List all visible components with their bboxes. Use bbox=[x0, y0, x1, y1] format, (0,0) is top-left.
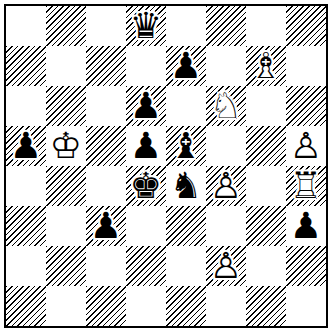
square-a8[interactable] bbox=[6, 6, 46, 46]
square-g7[interactable]: ♝♗ bbox=[246, 46, 286, 86]
square-g2[interactable] bbox=[246, 246, 286, 286]
piece-halo: ♟ bbox=[126, 126, 166, 166]
square-h6[interactable] bbox=[286, 86, 326, 126]
piece-white-king: ♔ bbox=[46, 126, 86, 166]
square-d6[interactable]: ♟♟ bbox=[126, 86, 166, 126]
piece-black-king: ♚ bbox=[126, 166, 166, 206]
square-a3[interactable] bbox=[6, 206, 46, 246]
square-b4[interactable] bbox=[46, 166, 86, 206]
square-f6[interactable]: ♞♘ bbox=[206, 86, 246, 126]
piece-white-rook: ♖ bbox=[286, 166, 326, 206]
square-e1[interactable] bbox=[166, 286, 206, 326]
piece-white-pawn: ♙ bbox=[206, 246, 246, 286]
piece-black-queen: ♛ bbox=[126, 6, 166, 46]
board-frame: ♛♛♟♟♝♗♟♟♞♘♟♟♚♔♟♟♝♝♟♙♚♚♞♞♟♙♜♖♟♟♟♟♟♙ bbox=[4, 4, 328, 328]
square-h2[interactable] bbox=[286, 246, 326, 286]
piece-halo: ♝ bbox=[246, 46, 286, 86]
square-c7[interactable] bbox=[86, 46, 126, 86]
square-f2[interactable]: ♟♙ bbox=[206, 246, 246, 286]
square-g6[interactable] bbox=[246, 86, 286, 126]
square-g8[interactable] bbox=[246, 6, 286, 46]
square-h8[interactable] bbox=[286, 6, 326, 46]
piece-white-pawn: ♙ bbox=[286, 126, 326, 166]
square-e4[interactable]: ♞♞ bbox=[166, 166, 206, 206]
square-b8[interactable] bbox=[46, 6, 86, 46]
piece-halo: ♟ bbox=[206, 166, 246, 206]
piece-halo: ♟ bbox=[6, 126, 46, 166]
piece-halo: ♞ bbox=[166, 166, 206, 206]
square-c3[interactable]: ♟♟ bbox=[86, 206, 126, 246]
square-c2[interactable] bbox=[86, 246, 126, 286]
square-e3[interactable] bbox=[166, 206, 206, 246]
piece-halo: ♟ bbox=[166, 46, 206, 86]
square-b7[interactable] bbox=[46, 46, 86, 86]
square-a7[interactable] bbox=[6, 46, 46, 86]
square-a5[interactable]: ♟♟ bbox=[6, 126, 46, 166]
piece-halo: ♞ bbox=[206, 86, 246, 126]
square-e5[interactable]: ♝♝ bbox=[166, 126, 206, 166]
square-c6[interactable] bbox=[86, 86, 126, 126]
square-a6[interactable] bbox=[6, 86, 46, 126]
square-b1[interactable] bbox=[46, 286, 86, 326]
square-g1[interactable] bbox=[246, 286, 286, 326]
piece-black-pawn: ♟ bbox=[6, 126, 46, 166]
square-e8[interactable] bbox=[166, 6, 206, 46]
square-d8[interactable]: ♛♛ bbox=[126, 6, 166, 46]
square-b3[interactable] bbox=[46, 206, 86, 246]
square-e6[interactable] bbox=[166, 86, 206, 126]
square-b6[interactable] bbox=[46, 86, 86, 126]
square-d4[interactable]: ♚♚ bbox=[126, 166, 166, 206]
piece-black-pawn: ♟ bbox=[126, 86, 166, 126]
piece-black-pawn: ♟ bbox=[126, 126, 166, 166]
chess-board: ♛♛♟♟♝♗♟♟♞♘♟♟♚♔♟♟♝♝♟♙♚♚♞♞♟♙♜♖♟♟♟♟♟♙ bbox=[6, 6, 326, 326]
square-g5[interactable] bbox=[246, 126, 286, 166]
piece-halo: ♚ bbox=[46, 126, 86, 166]
square-f4[interactable]: ♟♙ bbox=[206, 166, 246, 206]
piece-halo: ♟ bbox=[286, 206, 326, 246]
square-b2[interactable] bbox=[46, 246, 86, 286]
chess-diagram: ♛♛♟♟♝♗♟♟♞♘♟♟♚♔♟♟♝♝♟♙♚♚♞♞♟♙♜♖♟♟♟♟♟♙ bbox=[0, 0, 332, 332]
square-e2[interactable] bbox=[166, 246, 206, 286]
piece-black-pawn: ♟ bbox=[86, 206, 126, 246]
square-d2[interactable] bbox=[126, 246, 166, 286]
page: { "game": "chess", "position": { "fen": … bbox=[0, 0, 332, 332]
square-h7[interactable] bbox=[286, 46, 326, 86]
piece-halo: ♝ bbox=[166, 126, 206, 166]
square-d5[interactable]: ♟♟ bbox=[126, 126, 166, 166]
piece-white-knight: ♘ bbox=[206, 86, 246, 126]
square-h5[interactable]: ♟♙ bbox=[286, 126, 326, 166]
square-f8[interactable] bbox=[206, 6, 246, 46]
piece-halo: ♚ bbox=[126, 166, 166, 206]
square-c1[interactable] bbox=[86, 286, 126, 326]
square-d3[interactable] bbox=[126, 206, 166, 246]
square-d7[interactable] bbox=[126, 46, 166, 86]
square-a4[interactable] bbox=[6, 166, 46, 206]
square-h3[interactable]: ♟♟ bbox=[286, 206, 326, 246]
square-f7[interactable] bbox=[206, 46, 246, 86]
square-d1[interactable] bbox=[126, 286, 166, 326]
square-a1[interactable] bbox=[6, 286, 46, 326]
square-e7[interactable]: ♟♟ bbox=[166, 46, 206, 86]
square-c4[interactable] bbox=[86, 166, 126, 206]
piece-halo: ♟ bbox=[126, 86, 166, 126]
square-c8[interactable] bbox=[86, 6, 126, 46]
square-f5[interactable] bbox=[206, 126, 246, 166]
square-b5[interactable]: ♚♔ bbox=[46, 126, 86, 166]
square-f1[interactable] bbox=[206, 286, 246, 326]
piece-black-pawn: ♟ bbox=[166, 46, 206, 86]
piece-white-pawn: ♙ bbox=[206, 166, 246, 206]
square-f3[interactable] bbox=[206, 206, 246, 246]
piece-halo: ♜ bbox=[286, 166, 326, 206]
piece-halo: ♟ bbox=[286, 126, 326, 166]
piece-halo: ♟ bbox=[206, 246, 246, 286]
piece-black-knight: ♞ bbox=[166, 166, 206, 206]
square-g4[interactable] bbox=[246, 166, 286, 206]
square-h1[interactable] bbox=[286, 286, 326, 326]
piece-black-bishop: ♝ bbox=[166, 126, 206, 166]
piece-halo: ♛ bbox=[126, 6, 166, 46]
square-c5[interactable] bbox=[86, 126, 126, 166]
square-a2[interactable] bbox=[6, 246, 46, 286]
piece-white-bishop: ♗ bbox=[246, 46, 286, 86]
piece-halo: ♟ bbox=[86, 206, 126, 246]
piece-black-pawn: ♟ bbox=[286, 206, 326, 246]
square-h4[interactable]: ♜♖ bbox=[286, 166, 326, 206]
square-g3[interactable] bbox=[246, 206, 286, 246]
